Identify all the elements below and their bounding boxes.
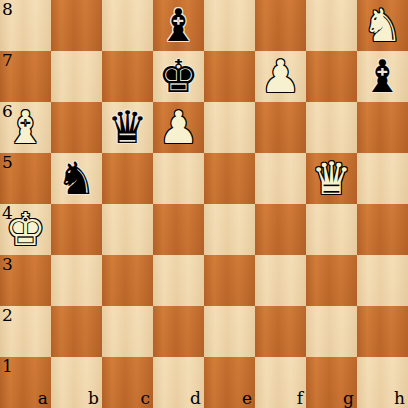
square-h8[interactable]: ♞ [357, 0, 408, 51]
black-queen-c6[interactable]: ♛ [107, 102, 147, 153]
square-e1[interactable]: e [204, 357, 255, 408]
square-c7[interactable] [102, 51, 153, 102]
square-d8[interactable]: ♝ [153, 0, 204, 51]
rank-label-1: 1 [2, 358, 13, 375]
square-f4[interactable] [255, 204, 306, 255]
square-e7[interactable] [204, 51, 255, 102]
file-label-c: c [140, 390, 150, 407]
square-f8[interactable] [255, 0, 306, 51]
square-c4[interactable] [102, 204, 153, 255]
square-h6[interactable] [357, 102, 408, 153]
white-bishop-a6[interactable]: ♝ [5, 102, 45, 153]
square-d6[interactable]: ♟ [153, 102, 204, 153]
square-g2[interactable] [306, 306, 357, 357]
square-c1[interactable]: c [102, 357, 153, 408]
square-d4[interactable] [153, 204, 204, 255]
square-h4[interactable] [357, 204, 408, 255]
square-c5[interactable] [102, 153, 153, 204]
chess-board: 8♝♞7♚♟♝6♝♛♟5♞♛4♚321abcdefgh [0, 0, 408, 408]
black-knight-b5[interactable]: ♞ [56, 153, 96, 204]
square-b7[interactable] [51, 51, 102, 102]
square-a3[interactable]: 3 [0, 255, 51, 306]
white-pawn-d6[interactable]: ♟ [158, 102, 198, 153]
square-h1[interactable]: h [357, 357, 408, 408]
file-label-e: e [242, 390, 252, 407]
white-pawn-f7[interactable]: ♟ [260, 51, 300, 102]
square-d3[interactable] [153, 255, 204, 306]
square-f6[interactable] [255, 102, 306, 153]
square-d1[interactable]: d [153, 357, 204, 408]
square-a6[interactable]: 6♝ [0, 102, 51, 153]
rank-label-2: 2 [2, 307, 13, 324]
rank-label-5: 5 [2, 154, 13, 171]
square-a2[interactable]: 2 [0, 306, 51, 357]
square-g3[interactable] [306, 255, 357, 306]
rank-label-8: 8 [2, 1, 13, 18]
white-knight-h8[interactable]: ♞ [362, 0, 402, 51]
square-a5[interactable]: 5 [0, 153, 51, 204]
square-a1[interactable]: 1a [0, 357, 51, 408]
file-label-h: h [394, 390, 405, 407]
square-a4[interactable]: 4♚ [0, 204, 51, 255]
square-b6[interactable] [51, 102, 102, 153]
square-e4[interactable] [204, 204, 255, 255]
square-g6[interactable] [306, 102, 357, 153]
square-a7[interactable]: 7 [0, 51, 51, 102]
square-c3[interactable] [102, 255, 153, 306]
square-h2[interactable] [357, 306, 408, 357]
square-g5[interactable]: ♛ [306, 153, 357, 204]
file-label-g: g [343, 390, 354, 407]
rank-label-7: 7 [2, 52, 13, 69]
file-label-d: d [190, 390, 201, 407]
square-e5[interactable] [204, 153, 255, 204]
file-label-f: f [297, 390, 303, 407]
square-g4[interactable] [306, 204, 357, 255]
square-d2[interactable] [153, 306, 204, 357]
square-g7[interactable] [306, 51, 357, 102]
square-h3[interactable] [357, 255, 408, 306]
black-king-d7[interactable]: ♚ [158, 51, 198, 102]
square-b4[interactable] [51, 204, 102, 255]
file-label-b: b [88, 390, 99, 407]
square-d7[interactable]: ♚ [153, 51, 204, 102]
square-c8[interactable] [102, 0, 153, 51]
square-h5[interactable] [357, 153, 408, 204]
square-c6[interactable]: ♛ [102, 102, 153, 153]
white-queen-g5[interactable]: ♛ [311, 153, 351, 204]
square-d5[interactable] [153, 153, 204, 204]
square-f5[interactable] [255, 153, 306, 204]
square-b1[interactable]: b [51, 357, 102, 408]
square-e6[interactable] [204, 102, 255, 153]
square-h7[interactable]: ♝ [357, 51, 408, 102]
rank-label-3: 3 [2, 256, 13, 273]
square-b3[interactable] [51, 255, 102, 306]
square-b8[interactable] [51, 0, 102, 51]
square-e2[interactable] [204, 306, 255, 357]
black-bishop-d8[interactable]: ♝ [158, 0, 198, 51]
square-a8[interactable]: 8 [0, 0, 51, 51]
square-g8[interactable] [306, 0, 357, 51]
square-f3[interactable] [255, 255, 306, 306]
black-bishop-h7[interactable]: ♝ [362, 51, 402, 102]
square-b2[interactable] [51, 306, 102, 357]
square-e8[interactable] [204, 0, 255, 51]
square-f7[interactable]: ♟ [255, 51, 306, 102]
square-c2[interactable] [102, 306, 153, 357]
square-f2[interactable] [255, 306, 306, 357]
square-e3[interactable] [204, 255, 255, 306]
file-label-a: a [38, 390, 48, 407]
square-b5[interactable]: ♞ [51, 153, 102, 204]
square-g1[interactable]: g [306, 357, 357, 408]
white-king-a4[interactable]: ♚ [5, 204, 45, 255]
square-f1[interactable]: f [255, 357, 306, 408]
